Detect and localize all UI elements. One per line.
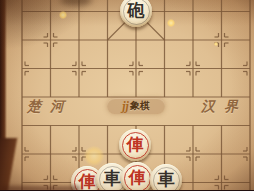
piece-red-chariot[interactable]: 俥	[121, 162, 153, 190]
piece-character: 俥	[127, 129, 144, 161]
river-label-chu-he: 楚河	[27, 99, 73, 115]
watermark-xiangqi-text: 象棋	[130, 99, 150, 113]
piece-character: 俥	[129, 162, 146, 191]
bottom-edge-shadow	[0, 186, 80, 190]
piece-character: 車	[104, 163, 121, 191]
piece-character: 車	[158, 164, 175, 191]
piece-character: 俥	[79, 166, 96, 191]
board-grid[interactable]	[0, 0, 254, 190]
piece-red-chariot[interactable]: 俥	[119, 129, 151, 161]
xiangqi-board-screenshot: 楚河 JJ 象棋 汉界 砲俥俥車俥車	[0, 0, 254, 190]
watermark-jj-logo: JJ	[122, 99, 129, 114]
piece-black-chariot[interactable]: 車	[150, 164, 182, 190]
river-label-han-jie: 汉界	[201, 99, 247, 115]
piece-character: 砲	[128, 0, 145, 27]
app-watermark: JJ 象棋	[107, 98, 165, 114]
